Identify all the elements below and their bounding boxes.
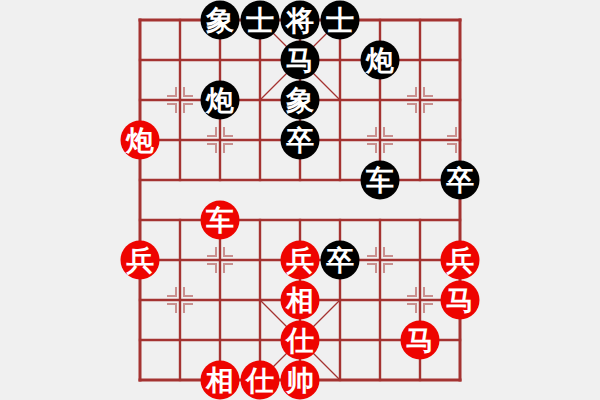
- black-chariot[interactable]: 车: [361, 161, 400, 200]
- board-point[interactable]: [360, 80, 400, 120]
- piece-glyph: 卒: [446, 166, 474, 194]
- board-point[interactable]: [120, 200, 160, 240]
- board-point[interactable]: [200, 160, 240, 200]
- red-advisor[interactable]: 仕: [241, 361, 280, 400]
- board-point[interactable]: [240, 240, 280, 280]
- piece-glyph: 卒: [286, 126, 314, 154]
- board-point[interactable]: 士: [240, 0, 280, 40]
- board-point[interactable]: [120, 280, 160, 320]
- board-point[interactable]: [400, 360, 440, 400]
- piece-glyph: 象: [206, 6, 234, 34]
- piece-glyph: 仕: [246, 366, 274, 394]
- board-point[interactable]: 炮: [200, 80, 240, 120]
- red-cannon[interactable]: 炮: [121, 121, 160, 160]
- red-general[interactable]: 帅: [281, 361, 320, 400]
- board-point[interactable]: [120, 0, 160, 40]
- board-point[interactable]: 马: [280, 40, 320, 80]
- piece-glyph: 士: [326, 6, 354, 34]
- board-point[interactable]: 兵: [440, 240, 480, 280]
- board-point[interactable]: [160, 80, 200, 120]
- board-point[interactable]: [320, 120, 360, 160]
- board-point[interactable]: 炮: [120, 120, 160, 160]
- board-point[interactable]: [160, 280, 200, 320]
- board-point[interactable]: 将: [280, 0, 320, 40]
- board-point[interactable]: [240, 120, 280, 160]
- board-point[interactable]: [400, 160, 440, 200]
- board-point[interactable]: 车: [200, 200, 240, 240]
- board-point[interactable]: [240, 160, 280, 200]
- red-chariot[interactable]: 车: [201, 201, 240, 240]
- board-point[interactable]: [160, 240, 200, 280]
- board-point[interactable]: 卒: [440, 160, 480, 200]
- board-point[interactable]: [120, 40, 160, 80]
- board-point[interactable]: 象: [200, 0, 240, 40]
- board-point[interactable]: [360, 200, 400, 240]
- board-point[interactable]: [320, 160, 360, 200]
- black-cannon[interactable]: 炮: [361, 41, 400, 80]
- piece-glyph: 兵: [446, 246, 474, 274]
- piece-glyph: 马: [286, 46, 314, 74]
- piece-glyph: 马: [406, 326, 434, 354]
- board-point[interactable]: [400, 200, 440, 240]
- board-point[interactable]: 相: [280, 280, 320, 320]
- board-point[interactable]: 马: [440, 280, 480, 320]
- board-point[interactable]: [360, 320, 400, 360]
- board-point[interactable]: [320, 200, 360, 240]
- board-point[interactable]: [160, 120, 200, 160]
- board-point[interactable]: [440, 320, 480, 360]
- board-point[interactable]: [160, 360, 200, 400]
- board-point[interactable]: [400, 280, 440, 320]
- black-horse[interactable]: 马: [281, 41, 320, 80]
- board-point[interactable]: [400, 0, 440, 40]
- board-point[interactable]: [320, 280, 360, 320]
- board-point[interactable]: [200, 40, 240, 80]
- board-point[interactable]: [160, 200, 200, 240]
- piece-glyph: 车: [206, 206, 234, 234]
- red-horse[interactable]: 马: [441, 281, 480, 320]
- red-advisor[interactable]: 仕: [281, 321, 320, 360]
- board-point[interactable]: [440, 120, 480, 160]
- board-point[interactable]: [200, 120, 240, 160]
- board-point[interactable]: [360, 280, 400, 320]
- red-elephant[interactable]: 相: [201, 361, 240, 400]
- piece-glyph: 士: [246, 6, 274, 34]
- board-point[interactable]: [360, 0, 400, 40]
- board-point[interactable]: [160, 0, 200, 40]
- board-point[interactable]: [360, 240, 400, 280]
- piece-glyph: 卒: [326, 246, 354, 274]
- board-point[interactable]: [120, 80, 160, 120]
- board-point[interactable]: [440, 200, 480, 240]
- red-soldier[interactable]: 兵: [281, 241, 320, 280]
- board-point[interactable]: [160, 40, 200, 80]
- piece-glyph: 相: [286, 286, 314, 314]
- piece-glyph: 将: [286, 6, 314, 34]
- black-cannon[interactable]: 炮: [201, 81, 240, 120]
- board-point[interactable]: [440, 360, 480, 400]
- board-point[interactable]: [440, 0, 480, 40]
- black-soldier[interactable]: 卒: [441, 161, 480, 200]
- black-soldier[interactable]: 卒: [321, 241, 360, 280]
- black-advisor[interactable]: 士: [241, 1, 280, 40]
- board-point[interactable]: [240, 320, 280, 360]
- board-point[interactable]: 炮: [360, 40, 400, 80]
- piece-glyph: 马: [446, 286, 474, 314]
- black-elephant[interactable]: 象: [201, 1, 240, 40]
- board-point[interactable]: [320, 40, 360, 80]
- piece-glyph: 炮: [206, 86, 234, 114]
- board-point[interactable]: [120, 160, 160, 200]
- board-point[interactable]: [160, 320, 200, 360]
- xiangqi-app: 象士将士马炮炮象炮卒车卒车兵兵卒兵相马仕马相仕帅: [0, 0, 600, 400]
- red-soldier[interactable]: 兵: [441, 241, 480, 280]
- piece-glyph: 兵: [286, 246, 314, 274]
- board-point[interactable]: 马: [400, 320, 440, 360]
- piece-glyph: 帅: [286, 366, 314, 394]
- red-elephant[interactable]: 相: [281, 281, 320, 320]
- red-soldier[interactable]: 兵: [121, 241, 160, 280]
- board-point[interactable]: [440, 80, 480, 120]
- board-point[interactable]: [320, 320, 360, 360]
- board-point[interactable]: 卒: [320, 240, 360, 280]
- board-point[interactable]: [400, 40, 440, 80]
- board-point[interactable]: 象: [280, 80, 320, 120]
- board-point[interactable]: [200, 320, 240, 360]
- board-point[interactable]: [200, 280, 240, 320]
- board-point[interactable]: [360, 120, 400, 160]
- piece-glyph: 相: [206, 366, 234, 394]
- red-horse[interactable]: 马: [401, 321, 440, 360]
- board-point[interactable]: 兵: [120, 240, 160, 280]
- board-point[interactable]: [360, 360, 400, 400]
- board-point[interactable]: 卒: [280, 120, 320, 160]
- board-point[interactable]: 仕: [280, 320, 320, 360]
- piece-glyph: 车: [366, 166, 394, 194]
- board-point[interactable]: [160, 160, 200, 200]
- board-point[interactable]: [320, 360, 360, 400]
- piece-glyph: 仕: [286, 326, 314, 354]
- piece-glyph: 炮: [126, 126, 154, 154]
- board-point[interactable]: [240, 280, 280, 320]
- black-elephant[interactable]: 象: [281, 81, 320, 120]
- board-point[interactable]: [120, 320, 160, 360]
- board-point[interactable]: [240, 80, 280, 120]
- board-point[interactable]: 帅: [280, 360, 320, 400]
- board-point[interactable]: [400, 120, 440, 160]
- board-point[interactable]: [200, 240, 240, 280]
- board-point[interactable]: [280, 200, 320, 240]
- piece-glyph: 兵: [126, 246, 154, 274]
- black-soldier[interactable]: 卒: [281, 121, 320, 160]
- board-point[interactable]: 仕: [240, 360, 280, 400]
- board-point[interactable]: [280, 160, 320, 200]
- piece-glyph: 象: [286, 86, 314, 114]
- board-point[interactable]: 相: [200, 360, 240, 400]
- xiangqi-board: 象士将士马炮炮象炮卒车卒车兵兵卒兵相马仕马相仕帅: [120, 0, 480, 400]
- board-point[interactable]: [440, 40, 480, 80]
- black-advisor[interactable]: 士: [321, 1, 360, 40]
- board-point[interactable]: [120, 360, 160, 400]
- board-point[interactable]: [240, 40, 280, 80]
- board-point[interactable]: [240, 200, 280, 240]
- piece-glyph: 炮: [366, 46, 394, 74]
- board-point[interactable]: 兵: [280, 240, 320, 280]
- black-general[interactable]: 将: [281, 1, 320, 40]
- board-point[interactable]: 士: [320, 0, 360, 40]
- board-point[interactable]: [400, 240, 440, 280]
- board-point[interactable]: [400, 80, 440, 120]
- board-point[interactable]: [320, 80, 360, 120]
- board-point[interactable]: 车: [360, 160, 400, 200]
